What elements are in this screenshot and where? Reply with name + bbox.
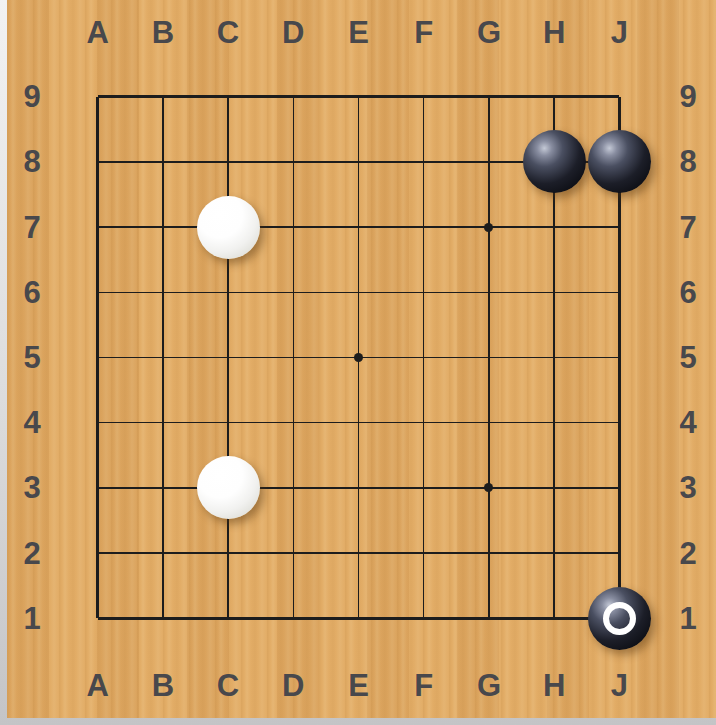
coordinate-label: 6	[679, 277, 696, 308]
grid-line-vertical	[618, 97, 621, 130]
grid-line-vertical	[162, 325, 164, 390]
grid-line-vertical	[293, 521, 295, 586]
intersection-C1[interactable]	[195, 586, 260, 651]
grid-line-vertical	[553, 325, 555, 390]
column-labels-top: ABCDEFGHJ	[65, 9, 652, 55]
intersection-J6[interactable]	[587, 260, 652, 325]
coordinate-label: D	[282, 670, 304, 701]
star-point-E5	[354, 353, 363, 362]
intersection-C3[interactable]	[195, 455, 260, 520]
grid-line-vertical	[293, 194, 295, 259]
coordinate-label: G	[477, 17, 501, 48]
intersection-H8[interactable]	[522, 129, 587, 194]
grid-line-vertical	[358, 129, 360, 194]
coordinate-label: D	[282, 17, 304, 48]
coordinate-label: H	[543, 670, 565, 701]
intersection-G1[interactable]	[456, 586, 521, 651]
white-stone-C3	[197, 456, 260, 519]
intersection-A5[interactable]	[65, 325, 130, 390]
grid-line-horizontal	[98, 617, 131, 620]
grid-line-vertical	[618, 260, 621, 325]
screen: ABCDEFGHJ ABCDEFGHJ 987654321 987654321	[0, 0, 716, 725]
grid-line-vertical	[162, 260, 164, 325]
intersection-G6[interactable]	[456, 260, 521, 325]
grid-line-horizontal	[587, 292, 620, 294]
intersection-H7[interactable]	[522, 194, 587, 259]
coordinate-label: F	[414, 670, 433, 701]
intersection-D8[interactable]	[261, 129, 326, 194]
coordinate-label: B	[152, 670, 174, 701]
grid-line-vertical	[96, 586, 99, 619]
intersection-G8[interactable]	[456, 129, 521, 194]
intersection-C9[interactable]	[195, 64, 260, 129]
coordinate-label: 9	[23, 81, 40, 112]
intersection-E4[interactable]	[326, 390, 391, 455]
intersection-E6[interactable]	[326, 260, 391, 325]
grid-line-vertical	[227, 521, 229, 586]
intersection-J9[interactable]	[587, 64, 652, 129]
black-stone-J1	[588, 587, 651, 650]
intersection-A4[interactable]	[65, 390, 130, 455]
intersection-D4[interactable]	[261, 390, 326, 455]
grid-line-vertical	[423, 390, 425, 455]
grid-line-vertical	[162, 521, 164, 586]
intersection-B2[interactable]	[130, 521, 195, 586]
intersection-J2[interactable]	[587, 521, 652, 586]
coordinate-label: 3	[23, 472, 40, 503]
intersection-A8[interactable]	[65, 129, 130, 194]
column-labels-bottom: ABCDEFGHJ	[65, 662, 652, 708]
coordinate-label: 4	[679, 407, 696, 438]
grid-line-vertical	[96, 260, 99, 325]
intersection-F8[interactable]	[391, 129, 456, 194]
grid-line-vertical	[423, 97, 425, 130]
intersection-B5[interactable]	[130, 325, 195, 390]
intersection-B6[interactable]	[130, 260, 195, 325]
grid-line-vertical	[358, 97, 360, 130]
intersection-D7[interactable]	[261, 194, 326, 259]
white-stone-C7	[197, 196, 260, 259]
grid-line-horizontal	[587, 552, 620, 554]
grid-line-vertical	[293, 97, 295, 130]
star-point-G3	[484, 483, 493, 492]
grid-line-vertical	[96, 521, 99, 586]
grid-line-vertical	[96, 325, 99, 390]
intersection-H2[interactable]	[522, 521, 587, 586]
coordinate-label: 1	[679, 603, 696, 634]
grid-line-vertical	[96, 129, 99, 194]
intersection-F2[interactable]	[391, 521, 456, 586]
grid-line-vertical	[162, 455, 164, 520]
coordinate-label: J	[611, 670, 628, 701]
grid-line-vertical	[227, 390, 229, 455]
intersection-F9[interactable]	[391, 64, 456, 129]
grid-line-vertical	[227, 260, 229, 325]
intersection-E9[interactable]	[326, 64, 391, 129]
coordinate-label: J	[611, 17, 628, 48]
coordinate-label: 5	[23, 342, 40, 373]
grid-line-vertical	[227, 97, 229, 130]
intersection-F3[interactable]	[391, 455, 456, 520]
grid-line-horizontal	[98, 161, 131, 163]
grid-line-vertical	[618, 194, 621, 259]
intersection-D1[interactable]	[261, 586, 326, 651]
intersection-A3[interactable]	[65, 455, 130, 520]
grid-line-horizontal	[98, 95, 131, 98]
grid-line-vertical	[423, 455, 425, 520]
intersection-C2[interactable]	[195, 521, 260, 586]
grid-line-vertical	[423, 521, 425, 586]
intersection-J7[interactable]	[587, 194, 652, 259]
grid-line-vertical	[293, 390, 295, 455]
intersection-H5[interactable]	[522, 325, 587, 390]
grid-line-horizontal	[587, 422, 620, 424]
grid-line-vertical	[488, 97, 490, 130]
grid-line-vertical	[358, 390, 360, 455]
intersection-E5[interactable]	[326, 325, 391, 390]
grid-line-vertical	[293, 455, 295, 520]
grid-line-vertical	[553, 260, 555, 325]
grid-line-vertical	[358, 455, 360, 520]
grid-line-vertical	[227, 129, 229, 194]
intersection-B9[interactable]	[130, 64, 195, 129]
grid-line-vertical	[162, 129, 164, 194]
intersection-F4[interactable]	[391, 390, 456, 455]
coordinate-label: B	[152, 17, 174, 48]
intersection-J5[interactable]	[587, 325, 652, 390]
grid-line-horizontal	[98, 422, 131, 424]
intersection-D3[interactable]	[261, 455, 326, 520]
intersection-E3[interactable]	[326, 455, 391, 520]
grid-line-vertical	[96, 97, 99, 130]
intersection-G7[interactable]	[456, 194, 521, 259]
intersection-F1[interactable]	[391, 586, 456, 651]
intersection-G3[interactable]	[456, 455, 521, 520]
grid-line-vertical	[488, 325, 490, 390]
coordinate-label: A	[86, 670, 108, 701]
grid-line-horizontal	[98, 487, 131, 489]
grid-line-horizontal	[98, 552, 131, 554]
board-grid	[65, 64, 652, 651]
intersection-B3[interactable]	[130, 455, 195, 520]
coordinate-label: 3	[679, 472, 696, 503]
intersection-F6[interactable]	[391, 260, 456, 325]
intersection-H4[interactable]	[522, 390, 587, 455]
intersection-D6[interactable]	[261, 260, 326, 325]
grid-line-vertical	[553, 521, 555, 586]
grid-line-vertical	[162, 194, 164, 259]
grid-line-vertical	[423, 129, 425, 194]
grid-line-vertical	[162, 97, 164, 130]
grid-line-vertical	[293, 260, 295, 325]
grid-line-vertical	[618, 455, 621, 520]
grid-line-vertical	[488, 260, 490, 325]
coordinate-label: C	[217, 17, 239, 48]
row-labels-right: 987654321	[667, 64, 709, 651]
intersection-A1[interactable]	[65, 586, 130, 651]
intersection-F7[interactable]	[391, 194, 456, 259]
black-stone-J8	[588, 130, 651, 193]
black-stone-H8	[523, 130, 586, 193]
grid-line-vertical	[553, 97, 555, 130]
grid-line-vertical	[162, 586, 164, 619]
intersection-A9[interactable]	[65, 64, 130, 129]
grid-line-vertical	[423, 260, 425, 325]
coordinate-label: 1	[23, 603, 40, 634]
coordinate-label: 5	[679, 342, 696, 373]
intersection-E7[interactable]	[326, 194, 391, 259]
intersection-H9[interactable]	[522, 64, 587, 129]
intersection-C5[interactable]	[195, 325, 260, 390]
grid-line-vertical	[162, 390, 164, 455]
coordinate-label: F	[414, 17, 433, 48]
intersection-G5[interactable]	[456, 325, 521, 390]
intersection-B1[interactable]	[130, 586, 195, 651]
grid-line-vertical	[227, 586, 229, 619]
grid-line-vertical	[488, 390, 490, 455]
coordinate-label: E	[348, 17, 369, 48]
coordinate-label: 9	[679, 81, 696, 112]
coordinate-label: 2	[679, 538, 696, 569]
coordinate-label: 7	[679, 212, 696, 243]
grid-line-vertical	[293, 586, 295, 619]
star-point-G7	[484, 223, 493, 232]
intersection-H1[interactable]	[522, 586, 587, 651]
intersection-C8[interactable]	[195, 129, 260, 194]
intersection-J4[interactable]	[587, 390, 652, 455]
intersection-F5[interactable]	[391, 325, 456, 390]
grid-line-vertical	[618, 325, 621, 390]
grid-line-vertical	[553, 194, 555, 259]
intersection-C6[interactable]	[195, 260, 260, 325]
grid-line-vertical	[553, 390, 555, 455]
coordinate-label: 2	[23, 538, 40, 569]
grid-line-vertical	[96, 194, 99, 259]
grid-line-horizontal	[587, 357, 620, 359]
intersection-B4[interactable]	[130, 390, 195, 455]
row-labels-left: 987654321	[11, 64, 53, 651]
intersection-J8[interactable]	[587, 129, 652, 194]
intersection-D5[interactable]	[261, 325, 326, 390]
intersection-B7[interactable]	[130, 194, 195, 259]
intersection-H6[interactable]	[522, 260, 587, 325]
intersection-J3[interactable]	[587, 455, 652, 520]
grid-line-vertical	[358, 194, 360, 259]
coordinate-label: A	[86, 17, 108, 48]
intersection-E8[interactable]	[326, 129, 391, 194]
grid-line-vertical	[358, 521, 360, 586]
coordinate-label: H	[543, 17, 565, 48]
coordinate-label: C	[217, 670, 239, 701]
grid-line-vertical	[618, 390, 621, 455]
last-move-marker	[603, 602, 636, 635]
intersection-J1[interactable]	[587, 586, 652, 651]
coordinate-label: 6	[23, 277, 40, 308]
grid-line-vertical	[553, 586, 555, 619]
grid-line-horizontal	[98, 357, 131, 359]
grid-line-vertical	[553, 455, 555, 520]
grid-line-vertical	[293, 129, 295, 194]
grid-line-horizontal	[587, 487, 620, 489]
coordinate-label: G	[477, 670, 501, 701]
grid-line-vertical	[293, 325, 295, 390]
intersection-H3[interactable]	[522, 455, 587, 520]
grid-line-vertical	[618, 521, 621, 586]
intersection-G4[interactable]	[456, 390, 521, 455]
grid-line-horizontal	[98, 292, 131, 294]
coordinate-label: E	[348, 670, 369, 701]
grid-line-vertical	[96, 390, 99, 455]
coordinate-label: 7	[23, 212, 40, 243]
grid-line-horizontal	[98, 226, 131, 228]
intersection-A7[interactable]	[65, 194, 130, 259]
grid-line-vertical	[488, 521, 490, 586]
intersection-D9[interactable]	[261, 64, 326, 129]
grid-line-vertical	[227, 325, 229, 390]
intersection-B8[interactable]	[130, 129, 195, 194]
intersection-G9[interactable]	[456, 64, 521, 129]
intersection-C7[interactable]	[195, 194, 260, 259]
grid-line-vertical	[488, 129, 490, 194]
coordinate-label: 8	[679, 146, 696, 177]
intersection-A2[interactable]	[65, 521, 130, 586]
grid-line-vertical	[96, 455, 99, 520]
grid-line-vertical	[358, 260, 360, 325]
coordinate-label: 8	[23, 146, 40, 177]
grid-line-vertical	[358, 586, 360, 619]
intersection-D2[interactable]	[261, 521, 326, 586]
coordinate-label: 4	[23, 407, 40, 438]
intersection-E1[interactable]	[326, 586, 391, 651]
go-board: ABCDEFGHJ ABCDEFGHJ 987654321 987654321	[7, 0, 716, 718]
grid-line-horizontal	[587, 226, 620, 228]
grid-line-vertical	[423, 194, 425, 259]
grid-line-vertical	[423, 586, 425, 619]
grid-line-horizontal	[587, 95, 620, 98]
intersection-G2[interactable]	[456, 521, 521, 586]
grid-line-vertical	[488, 586, 490, 619]
intersection-A6[interactable]	[65, 260, 130, 325]
intersection-E2[interactable]	[326, 521, 391, 586]
grid-line-vertical	[423, 325, 425, 390]
intersection-C4[interactable]	[195, 390, 260, 455]
